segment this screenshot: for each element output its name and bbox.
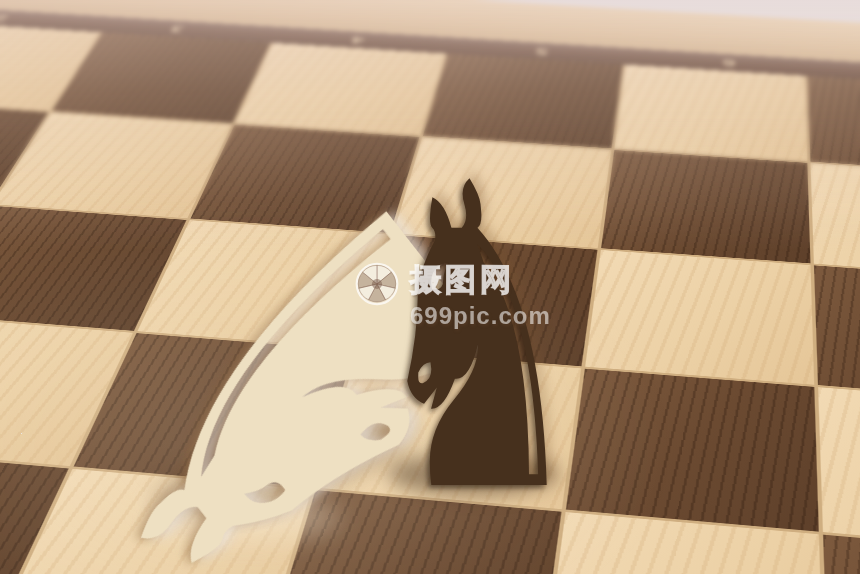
board-square: [814, 265, 860, 403]
board-square: [585, 250, 814, 385]
board-square: [423, 54, 623, 149]
board-square: [393, 137, 611, 248]
board-square: [235, 43, 444, 136]
board-square: [811, 163, 860, 279]
board-squares: [0, 12, 860, 574]
board-square: [566, 369, 819, 532]
board-scene: 12345678: [0, 0, 860, 574]
board-square: [808, 76, 860, 175]
board-square: [191, 125, 420, 233]
chess-board: 12345678: [0, 12, 860, 574]
photo-stage: 12345678 ♞ ♞: [0, 0, 860, 574]
board-square: [601, 150, 810, 263]
board-square: [818, 387, 860, 555]
board-square: [316, 351, 581, 510]
board-square: [615, 65, 808, 162]
board-square: [358, 235, 597, 366]
board-square: [823, 535, 860, 574]
